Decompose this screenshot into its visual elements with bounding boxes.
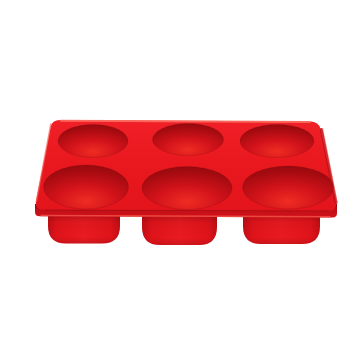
cup-opening-front-left: [44, 165, 129, 209]
muffin-pan: [35, 120, 338, 245]
cup-openings: [44, 124, 334, 210]
cup-opening-back-left: [58, 125, 128, 158]
cup-opening-back-right: [240, 125, 314, 158]
cup-opening-back-center: [153, 124, 224, 156]
product-photo: Red six-cup silicone muffin baking pan s…: [0, 0, 360, 360]
muffin-pan-illustration: [0, 0, 360, 360]
cup-opening-front-center: [142, 167, 232, 210]
back-edge-highlight: [61, 121, 310, 122]
cup-opening-front-right: [243, 166, 334, 209]
